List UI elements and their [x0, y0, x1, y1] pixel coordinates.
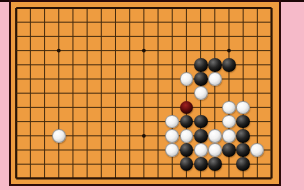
video-frame-background: [0, 0, 304, 190]
white-stone: [165, 129, 179, 143]
star-point: [142, 49, 146, 53]
black-stone: [194, 58, 208, 72]
white-stone: [222, 129, 236, 143]
black-stone: [194, 129, 208, 143]
white-stone: [180, 72, 194, 86]
black-stone: [194, 115, 208, 129]
black-stone: [208, 157, 222, 171]
black-stone: [194, 72, 208, 86]
white-stone: [165, 143, 179, 157]
white-stone: [180, 129, 194, 143]
white-stone: [194, 143, 208, 157]
white-stone: [208, 72, 222, 86]
white-stone: [208, 143, 222, 157]
white-stone: [194, 86, 208, 100]
white-stone: [222, 101, 236, 115]
black-stone: [208, 58, 222, 72]
go-board[interactable]: [0, 0, 304, 190]
board-grid: [0, 0, 304, 190]
black-stone: [194, 157, 208, 171]
white-stone: [208, 129, 222, 143]
black-stone: [222, 143, 236, 157]
black-stone: [236, 143, 250, 157]
star-point: [227, 49, 231, 53]
black-stone: [180, 143, 194, 157]
white-stone: [52, 129, 66, 143]
star-point: [57, 49, 61, 53]
black-stone: [236, 129, 250, 143]
white-stone: [236, 101, 250, 115]
black-stone: [222, 58, 236, 72]
star-point: [142, 134, 146, 138]
